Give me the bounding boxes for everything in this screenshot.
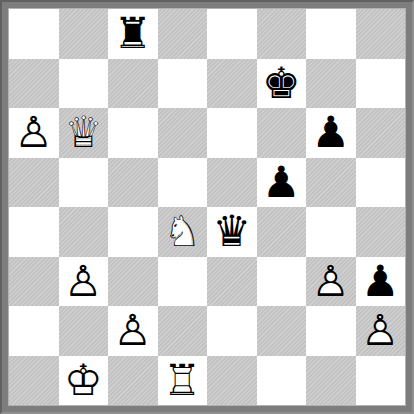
square-c5[interactable] <box>108 158 158 208</box>
square-g1[interactable] <box>306 356 356 406</box>
white-knight: ♞♘ <box>158 207 208 257</box>
white-pawn: ♟♙ <box>9 108 59 158</box>
square-c6[interactable] <box>108 108 158 158</box>
square-d4[interactable]: ♞♘ <box>158 207 208 257</box>
square-h5[interactable] <box>356 158 406 208</box>
square-g7[interactable] <box>306 59 356 109</box>
black-pawn: ♟ <box>257 158 307 208</box>
white-pawn: ♟♙ <box>306 257 356 307</box>
black-rook: ♜ <box>108 9 158 59</box>
square-d6[interactable] <box>158 108 208 158</box>
square-h3[interactable]: ♟ <box>356 257 406 307</box>
black-queen: ♛ <box>207 207 257 257</box>
white-pawn: ♟♙ <box>59 257 109 307</box>
square-e7[interactable] <box>207 59 257 109</box>
square-g3[interactable]: ♟♙ <box>306 257 356 307</box>
square-a4[interactable] <box>9 207 59 257</box>
square-f7[interactable]: ♚ <box>257 59 307 109</box>
square-c1[interactable] <box>108 356 158 406</box>
square-c3[interactable] <box>108 257 158 307</box>
square-e3[interactable] <box>207 257 257 307</box>
square-e6[interactable] <box>207 108 257 158</box>
square-g4[interactable] <box>306 207 356 257</box>
square-a3[interactable] <box>9 257 59 307</box>
square-f5[interactable]: ♟ <box>257 158 307 208</box>
square-b1[interactable]: ♚♔ <box>59 356 109 406</box>
black-king: ♚ <box>257 59 307 109</box>
square-h4[interactable] <box>356 207 406 257</box>
square-e2[interactable] <box>207 306 257 356</box>
square-c8[interactable]: ♜ <box>108 9 158 59</box>
white-pawn: ♟♙ <box>108 306 158 356</box>
square-f4[interactable] <box>257 207 307 257</box>
square-h2[interactable]: ♟♙ <box>356 306 406 356</box>
square-a7[interactable] <box>9 59 59 109</box>
square-h1[interactable] <box>356 356 406 406</box>
square-a5[interactable] <box>9 158 59 208</box>
square-g5[interactable] <box>306 158 356 208</box>
square-e1[interactable] <box>207 356 257 406</box>
square-h8[interactable] <box>356 9 406 59</box>
square-b5[interactable] <box>59 158 109 208</box>
square-h7[interactable] <box>356 59 406 109</box>
square-a2[interactable] <box>9 306 59 356</box>
white-pawn: ♟♙ <box>356 306 406 356</box>
square-e5[interactable] <box>207 158 257 208</box>
square-d7[interactable] <box>158 59 208 109</box>
square-f3[interactable] <box>257 257 307 307</box>
square-g8[interactable] <box>306 9 356 59</box>
square-e8[interactable] <box>207 9 257 59</box>
square-a6[interactable]: ♟♙ <box>9 108 59 158</box>
square-b6[interactable]: ♛♕ <box>59 108 109 158</box>
square-d1[interactable]: ♜♖ <box>158 356 208 406</box>
square-c7[interactable] <box>108 59 158 109</box>
square-f8[interactable] <box>257 9 307 59</box>
square-c4[interactable] <box>108 207 158 257</box>
square-c2[interactable]: ♟♙ <box>108 306 158 356</box>
white-king: ♚♔ <box>59 356 109 406</box>
square-b7[interactable] <box>59 59 109 109</box>
square-d8[interactable] <box>158 9 208 59</box>
square-d3[interactable] <box>158 257 208 307</box>
white-rook: ♜♖ <box>158 356 208 406</box>
square-g6[interactable]: ♟ <box>306 108 356 158</box>
square-d5[interactable] <box>158 158 208 208</box>
square-a1[interactable] <box>9 356 59 406</box>
white-queen: ♛♕ <box>59 108 109 158</box>
square-b3[interactable]: ♟♙ <box>59 257 109 307</box>
square-b4[interactable] <box>59 207 109 257</box>
square-h6[interactable] <box>356 108 406 158</box>
square-d2[interactable] <box>158 306 208 356</box>
square-b8[interactable] <box>59 9 109 59</box>
board-frame: ♜♚♟♙♛♕♟♟♞♘♛♟♙♟♙♟♟♙♟♙♚♔♜♖ <box>0 0 414 414</box>
square-f2[interactable] <box>257 306 307 356</box>
chess-board: ♜♚♟♙♛♕♟♟♞♘♛♟♙♟♙♟♟♙♟♙♚♔♜♖ <box>8 8 406 406</box>
square-e4[interactable]: ♛ <box>207 207 257 257</box>
square-g2[interactable] <box>306 306 356 356</box>
square-a8[interactable] <box>9 9 59 59</box>
black-pawn: ♟ <box>306 108 356 158</box>
square-f1[interactable] <box>257 356 307 406</box>
square-f6[interactable] <box>257 108 307 158</box>
black-pawn: ♟ <box>356 257 406 307</box>
square-b2[interactable] <box>59 306 109 356</box>
